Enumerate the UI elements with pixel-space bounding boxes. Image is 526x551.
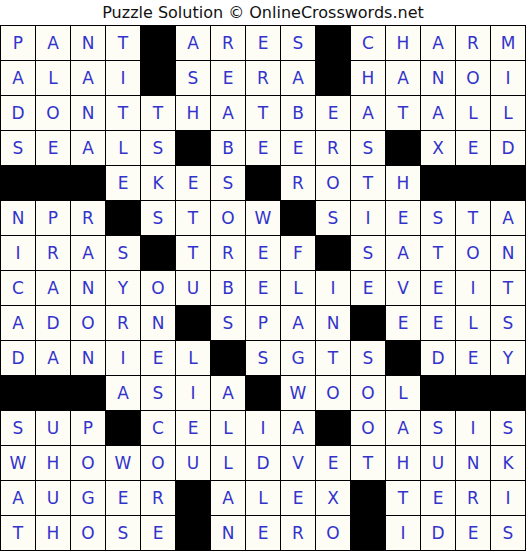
cell-r6c3: R (71, 201, 105, 235)
cell-r9c13: E (421, 306, 455, 340)
cell-r7c6: T (176, 236, 210, 270)
cell-r10c8: S (246, 341, 280, 375)
cell-r9c7: S (211, 306, 245, 340)
cell-r5c11: T (351, 166, 385, 200)
cell-r13c14: N (456, 446, 490, 480)
black-cell-r6c9 (281, 201, 315, 235)
black-cell-r11c3 (71, 376, 105, 410)
cell-r11c7: A (211, 376, 245, 410)
black-cell-r11c15 (491, 376, 525, 410)
black-cell-r5c13 (421, 166, 455, 200)
cell-r12c13: S (421, 411, 455, 445)
cell-r5c7: S (211, 166, 245, 200)
black-cell-r1c5 (141, 26, 175, 60)
black-cell-r5c2 (36, 166, 70, 200)
cell-r3c11: A (351, 96, 385, 130)
black-cell-r6c4 (106, 201, 140, 235)
cell-r15c14: E (456, 516, 490, 550)
cell-r9c8: P (246, 306, 280, 340)
black-cell-r11c2 (36, 376, 70, 410)
cell-r7c4: S (106, 236, 140, 270)
cell-r8c15: T (491, 271, 525, 305)
cell-r2c12: A (386, 61, 420, 95)
black-cell-r11c1 (1, 376, 35, 410)
cell-r8c1: C (1, 271, 35, 305)
cell-r2c8: R (246, 61, 280, 95)
cell-r14c13: E (421, 481, 455, 515)
cell-r8c9: L (281, 271, 315, 305)
cell-r8c5: O (141, 271, 175, 305)
cell-r11c6: I (176, 376, 210, 410)
cell-r12c11: O (351, 411, 385, 445)
cell-r6c11: I (351, 201, 385, 235)
cell-r4c9: E (281, 131, 315, 165)
page-title: Puzzle Solution © OnlineCrosswords.net (102, 3, 424, 22)
cell-r7c3: A (71, 236, 105, 270)
black-cell-r5c1 (1, 166, 35, 200)
cell-r6c15: A (491, 201, 525, 235)
cell-r10c5: E (141, 341, 175, 375)
cell-r9c1: A (1, 306, 35, 340)
cell-r1c15: M (491, 26, 525, 60)
cell-r12c9: A (281, 411, 315, 445)
cell-r13c1: W (1, 446, 35, 480)
cell-r9c9: A (281, 306, 315, 340)
cell-r2c1: A (1, 61, 35, 95)
black-cell-r15c11 (351, 516, 385, 550)
cell-r11c10: O (316, 376, 350, 410)
black-cell-r14c6 (176, 481, 210, 515)
cell-r3c15: L (491, 96, 525, 130)
cell-r1c14: R (456, 26, 490, 60)
cell-r1c12: H (386, 26, 420, 60)
cell-r15c9: R (281, 516, 315, 550)
cell-r4c3: A (71, 131, 105, 165)
cell-r9c2: D (36, 306, 70, 340)
cell-r9c12: E (386, 306, 420, 340)
cell-r14c9: E (281, 481, 315, 515)
cell-r10c13: D (421, 341, 455, 375)
cell-r12c6: E (176, 411, 210, 445)
cell-r15c2: H (36, 516, 70, 550)
cell-r6c7: O (211, 201, 245, 235)
cell-r2c14: O (456, 61, 490, 95)
black-cell-r4c12 (386, 131, 420, 165)
cell-r4c1: S (1, 131, 35, 165)
black-cell-r5c8 (246, 166, 280, 200)
black-cell-r10c7 (211, 341, 245, 375)
cell-r2c13: N (421, 61, 455, 95)
cell-r6c8: W (246, 201, 280, 235)
cell-r1c8: E (246, 26, 280, 60)
cell-r9c14: L (456, 306, 490, 340)
black-cell-r12c10 (316, 411, 350, 445)
cell-r15c10: O (316, 516, 350, 550)
cell-r7c2: R (36, 236, 70, 270)
black-cell-r5c3 (71, 166, 105, 200)
cell-r14c10: X (316, 481, 350, 515)
cell-r5c5: K (141, 166, 175, 200)
cell-r12c14: I (456, 411, 490, 445)
cell-r4c14: E (456, 131, 490, 165)
cell-r8c8: E (246, 271, 280, 305)
cell-r13c11: T (351, 446, 385, 480)
cell-r1c13: A (421, 26, 455, 60)
cell-r5c6: E (176, 166, 210, 200)
black-cell-r5c15 (491, 166, 525, 200)
black-cell-r5c14 (456, 166, 490, 200)
black-cell-r7c5 (141, 236, 175, 270)
black-cell-r15c6 (176, 516, 210, 550)
cell-r12c12: A (386, 411, 420, 445)
cell-r10c4: I (106, 341, 140, 375)
cell-r8c7: B (211, 271, 245, 305)
cell-r3c10: E (316, 96, 350, 130)
cell-r14c2: U (36, 481, 70, 515)
black-cell-r11c13 (421, 376, 455, 410)
cell-r3c1: D (1, 96, 35, 130)
cell-r7c12: A (386, 236, 420, 270)
cell-r7c15: N (491, 236, 525, 270)
cell-r15c15: S (491, 516, 525, 550)
cell-r6c13: S (421, 201, 455, 235)
black-cell-r7c10 (316, 236, 350, 270)
cell-r13c15: K (491, 446, 525, 480)
cell-r11c12: L (386, 376, 420, 410)
cell-r14c1: A (1, 481, 35, 515)
cell-r4c11: S (351, 131, 385, 165)
black-cell-r12c4 (106, 411, 140, 445)
cell-r3c7: A (211, 96, 245, 130)
cell-r14c3: G (71, 481, 105, 515)
cell-r4c15: D (491, 131, 525, 165)
cell-r8c13: E (421, 271, 455, 305)
cell-r3c12: T (386, 96, 420, 130)
cell-r10c11: S (351, 341, 385, 375)
cell-r1c7: R (211, 26, 245, 60)
cell-r14c15: I (491, 481, 525, 515)
cell-r13c10: E (316, 446, 350, 480)
cell-r3c8: T (246, 96, 280, 130)
cell-r10c2: A (36, 341, 70, 375)
cell-r8c14: I (456, 271, 490, 305)
cell-r10c1: D (1, 341, 35, 375)
cell-r15c12: I (386, 516, 420, 550)
cell-r13c9: V (281, 446, 315, 480)
cell-r4c7: B (211, 131, 245, 165)
cell-r11c11: O (351, 376, 385, 410)
cell-r4c4: L (106, 131, 140, 165)
cell-r15c13: D (421, 516, 455, 550)
cell-r6c5: S (141, 201, 175, 235)
cell-r8c6: U (176, 271, 210, 305)
cell-r11c5: S (141, 376, 175, 410)
cell-r9c10: N (316, 306, 350, 340)
cell-r10c14: E (456, 341, 490, 375)
cell-r15c5: E (141, 516, 175, 550)
cell-r3c2: O (36, 96, 70, 130)
cell-r1c6: A (176, 26, 210, 60)
cell-r13c2: H (36, 446, 70, 480)
black-cell-r4c6 (176, 131, 210, 165)
cell-r12c2: U (36, 411, 70, 445)
cell-r7c7: R (211, 236, 245, 270)
black-cell-r9c11 (351, 306, 385, 340)
cell-r15c7: N (211, 516, 245, 550)
cell-r6c10: S (316, 201, 350, 235)
cell-r13c6: U (176, 446, 210, 480)
cell-r1c2: A (36, 26, 70, 60)
cell-r11c4: A (106, 376, 140, 410)
cell-r12c5: C (141, 411, 175, 445)
cell-r1c4: T (106, 26, 140, 60)
black-cell-r14c11 (351, 481, 385, 515)
cell-r13c4: W (106, 446, 140, 480)
black-cell-r1c10 (316, 26, 350, 60)
black-cell-r11c8 (246, 376, 280, 410)
cell-r5c12: H (386, 166, 420, 200)
cell-r10c9: G (281, 341, 315, 375)
crossword-grid: PANTARESCHARMALAISERAHANOIDONTTHATBEATAL… (0, 25, 526, 551)
cell-r10c6: L (176, 341, 210, 375)
cell-r3c4: T (106, 96, 140, 130)
cell-r15c3: O (71, 516, 105, 550)
cell-r14c7: A (211, 481, 245, 515)
cell-r3c14: L (456, 96, 490, 130)
cell-r12c8: I (246, 411, 280, 445)
cell-r4c5: S (141, 131, 175, 165)
cell-r9c3: O (71, 306, 105, 340)
cell-r15c8: E (246, 516, 280, 550)
cell-r6c12: E (386, 201, 420, 235)
cell-r15c4: S (106, 516, 140, 550)
cell-r1c9: S (281, 26, 315, 60)
cell-r2c4: I (106, 61, 140, 95)
cell-r2c7: E (211, 61, 245, 95)
cell-r10c3: N (71, 341, 105, 375)
title-bar: Puzzle Solution © OnlineCrosswords.net (0, 0, 526, 25)
black-cell-r2c10 (316, 61, 350, 95)
cell-r7c11: S (351, 236, 385, 270)
cell-r7c13: T (421, 236, 455, 270)
cell-r2c3: A (71, 61, 105, 95)
cell-r8c12: V (386, 271, 420, 305)
cell-r9c4: R (106, 306, 140, 340)
cell-r6c6: T (176, 201, 210, 235)
cell-r13c7: L (211, 446, 245, 480)
cell-r6c1: N (1, 201, 35, 235)
cell-r14c8: L (246, 481, 280, 515)
cell-r5c10: O (316, 166, 350, 200)
cell-r1c11: C (351, 26, 385, 60)
cell-r4c2: E (36, 131, 70, 165)
cell-r2c9: A (281, 61, 315, 95)
cell-r3c3: N (71, 96, 105, 130)
black-cell-r9c6 (176, 306, 210, 340)
cell-r5c9: R (281, 166, 315, 200)
cell-r12c1: S (1, 411, 35, 445)
cell-r11c9: W (281, 376, 315, 410)
cell-r12c3: P (71, 411, 105, 445)
cell-r1c3: N (71, 26, 105, 60)
cell-r12c7: L (211, 411, 245, 445)
cell-r3c9: B (281, 96, 315, 130)
cell-r13c8: D (246, 446, 280, 480)
cell-r14c12: T (386, 481, 420, 515)
cell-r2c11: H (351, 61, 385, 95)
cell-r7c8: E (246, 236, 280, 270)
cell-r6c2: P (36, 201, 70, 235)
cell-r12c15: S (491, 411, 525, 445)
cell-r3c6: H (176, 96, 210, 130)
cell-r9c5: N (141, 306, 175, 340)
cell-r7c1: I (1, 236, 35, 270)
black-cell-r11c14 (456, 376, 490, 410)
cell-r1c1: P (1, 26, 35, 60)
cell-r3c5: T (141, 96, 175, 130)
cell-r8c11: E (351, 271, 385, 305)
cell-r7c9: F (281, 236, 315, 270)
cell-r6c14: T (456, 201, 490, 235)
cell-r13c5: O (141, 446, 175, 480)
cell-r14c4: E (106, 481, 140, 515)
black-cell-r10c12 (386, 341, 420, 375)
cell-r8c2: A (36, 271, 70, 305)
cell-r7c14: O (456, 236, 490, 270)
black-cell-r2c5 (141, 61, 175, 95)
cell-r4c8: E (246, 131, 280, 165)
cell-r15c1: T (1, 516, 35, 550)
cell-r14c5: R (141, 481, 175, 515)
cell-r2c15: I (491, 61, 525, 95)
cell-r14c14: R (456, 481, 490, 515)
cell-r10c15: Y (491, 341, 525, 375)
cell-r5c4: E (106, 166, 140, 200)
cell-r13c13: U (421, 446, 455, 480)
cell-r8c10: I (316, 271, 350, 305)
cell-r2c2: L (36, 61, 70, 95)
cell-r2c6: S (176, 61, 210, 95)
cell-r10c10: T (316, 341, 350, 375)
cell-r3c13: A (421, 96, 455, 130)
cell-r4c13: X (421, 131, 455, 165)
cell-r13c3: O (71, 446, 105, 480)
cell-r13c12: H (386, 446, 420, 480)
puzzle-solution-page: Puzzle Solution © OnlineCrosswords.net P… (0, 0, 526, 551)
cell-r9c15: S (491, 306, 525, 340)
cell-r8c3: N (71, 271, 105, 305)
cell-r8c4: Y (106, 271, 140, 305)
cell-r4c10: R (316, 131, 350, 165)
